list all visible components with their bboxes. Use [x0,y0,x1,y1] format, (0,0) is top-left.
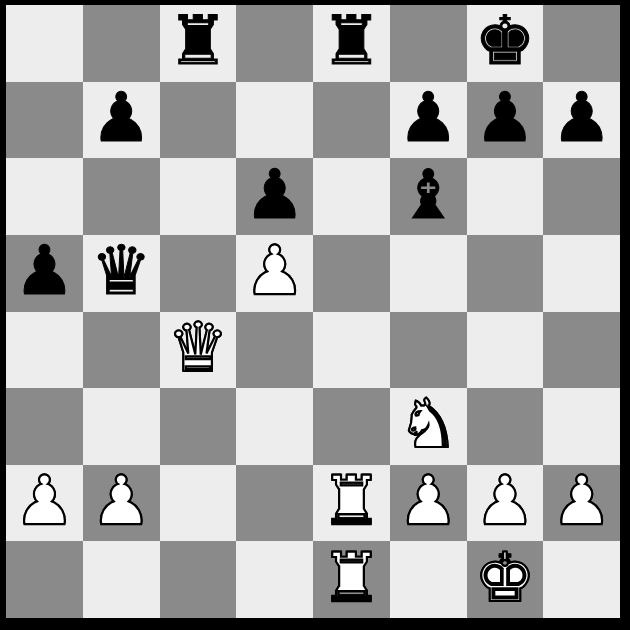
piece-black-rook: ♜ [167,7,228,75]
square-d2[interactable] [236,465,313,542]
square-b2[interactable]: ♟ [83,465,160,542]
piece-white-pawn: ♟ [398,467,459,535]
square-b3[interactable] [83,388,160,465]
square-h6[interactable] [543,158,620,235]
square-a7[interactable] [6,82,83,159]
square-f8[interactable] [390,5,467,82]
piece-white-pawn: ♟ [14,467,75,535]
piece-white-queen: ♛ [167,314,228,382]
chessboard: ♜♜♚♟♟♟♟♟♝♟♛♟♛♞♟♟♜♟♟♟♜♚ [6,5,620,618]
piece-white-rook: ♜ [321,544,382,612]
piece-white-king: ♚ [474,544,535,612]
square-a2[interactable]: ♟ [6,465,83,542]
piece-white-pawn: ♟ [474,467,535,535]
piece-white-pawn: ♟ [91,467,152,535]
piece-black-pawn: ♟ [244,161,305,229]
square-h8[interactable] [543,5,620,82]
square-f2[interactable]: ♟ [390,465,467,542]
square-h3[interactable] [543,388,620,465]
piece-black-rook: ♜ [321,7,382,75]
square-a5[interactable]: ♟ [6,235,83,312]
piece-white-pawn: ♟ [244,237,305,305]
square-g2[interactable]: ♟ [467,465,544,542]
square-g1[interactable]: ♚ [467,541,544,618]
square-h4[interactable] [543,312,620,389]
square-a1[interactable] [6,541,83,618]
piece-black-queen: ♛ [91,237,152,305]
square-h1[interactable] [543,541,620,618]
square-a4[interactable] [6,312,83,389]
square-c7[interactable] [160,82,237,159]
piece-white-knight: ♞ [398,390,459,458]
square-e4[interactable] [313,312,390,389]
piece-black-pawn: ♟ [474,84,535,152]
piece-white-rook: ♜ [321,467,382,535]
square-g8[interactable]: ♚ [467,5,544,82]
square-g3[interactable] [467,388,544,465]
square-c6[interactable] [160,158,237,235]
square-g7[interactable]: ♟ [467,82,544,159]
square-d1[interactable] [236,541,313,618]
square-e1[interactable]: ♜ [313,541,390,618]
square-c4[interactable]: ♛ [160,312,237,389]
square-d4[interactable] [236,312,313,389]
piece-white-pawn: ♟ [551,467,612,535]
square-a8[interactable] [6,5,83,82]
square-c1[interactable] [160,541,237,618]
square-g6[interactable] [467,158,544,235]
square-b8[interactable] [83,5,160,82]
square-b5[interactable]: ♛ [83,235,160,312]
square-b4[interactable] [83,312,160,389]
square-g4[interactable] [467,312,544,389]
board-frame: ♜♜♚♟♟♟♟♟♝♟♛♟♛♞♟♟♜♟♟♟♜♚ [0,0,630,630]
square-e5[interactable] [313,235,390,312]
square-e2[interactable]: ♜ [313,465,390,542]
square-f4[interactable] [390,312,467,389]
square-f3[interactable]: ♞ [390,388,467,465]
square-e7[interactable] [313,82,390,159]
square-f7[interactable]: ♟ [390,82,467,159]
square-c2[interactable] [160,465,237,542]
square-e6[interactable] [313,158,390,235]
piece-black-pawn: ♟ [398,84,459,152]
square-h7[interactable]: ♟ [543,82,620,159]
square-h2[interactable]: ♟ [543,465,620,542]
square-a3[interactable] [6,388,83,465]
piece-black-bishop: ♝ [398,161,459,229]
square-f6[interactable]: ♝ [390,158,467,235]
piece-black-pawn: ♟ [14,237,75,305]
piece-black-pawn: ♟ [551,84,612,152]
square-c3[interactable] [160,388,237,465]
square-c5[interactable] [160,235,237,312]
square-f5[interactable] [390,235,467,312]
piece-black-pawn: ♟ [91,84,152,152]
square-d8[interactable] [236,5,313,82]
square-c8[interactable]: ♜ [160,5,237,82]
square-e8[interactable]: ♜ [313,5,390,82]
square-a6[interactable] [6,158,83,235]
square-b7[interactable]: ♟ [83,82,160,159]
square-d5[interactable]: ♟ [236,235,313,312]
square-e3[interactable] [313,388,390,465]
piece-black-king: ♚ [474,7,535,75]
square-d6[interactable]: ♟ [236,158,313,235]
square-d7[interactable] [236,82,313,159]
square-g5[interactable] [467,235,544,312]
square-f1[interactable] [390,541,467,618]
square-b1[interactable] [83,541,160,618]
square-d3[interactable] [236,388,313,465]
square-h5[interactable] [543,235,620,312]
square-b6[interactable] [83,158,160,235]
